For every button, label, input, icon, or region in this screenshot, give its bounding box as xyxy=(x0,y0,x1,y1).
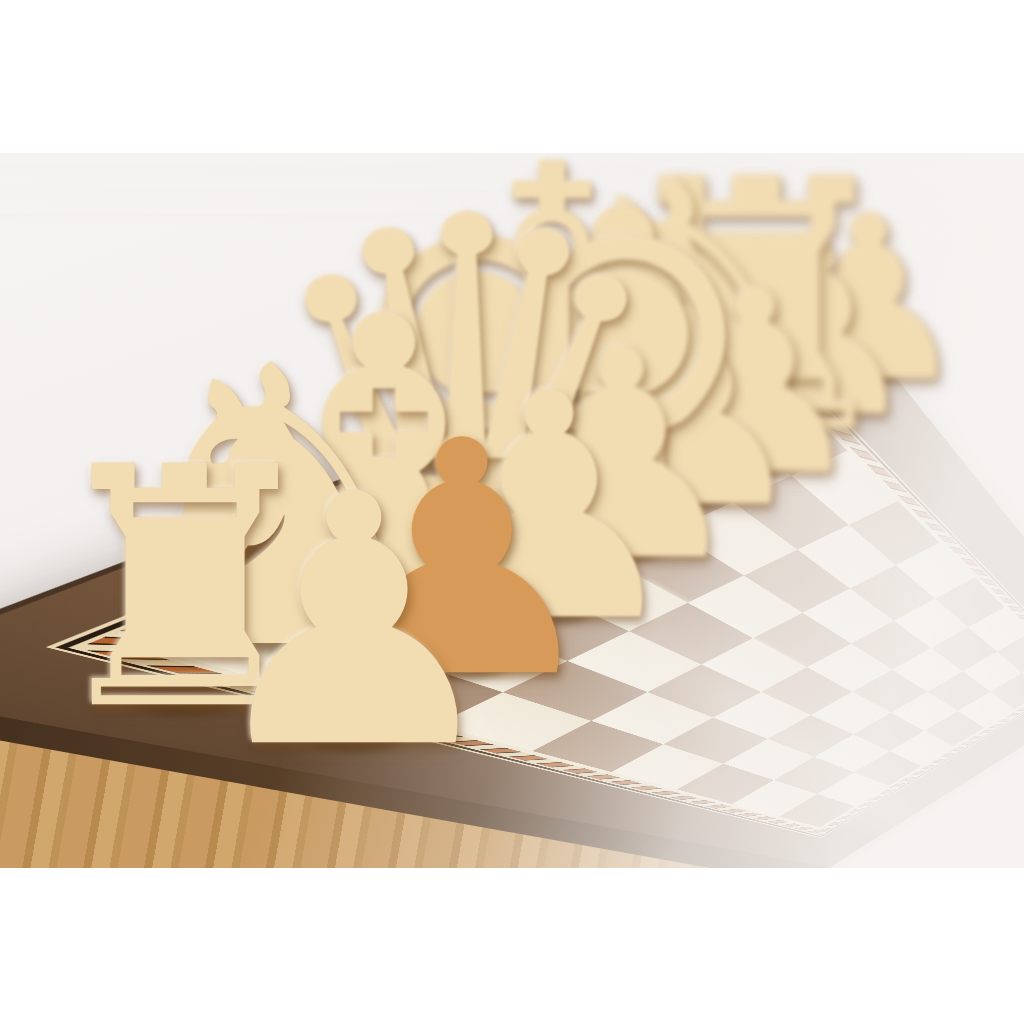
backdrop: ♜♞♝♛♚♝♞♜♟♟♟♟♟♟♟♟ xyxy=(0,153,1024,868)
photo-frame: ♜♞♝♛♚♝♞♜♟♟♟♟♟♟♟♟ xyxy=(0,0,1024,1024)
letterbox-top xyxy=(0,0,1024,153)
piece-white-pawn-a2[interactable]: ♟ xyxy=(181,450,527,796)
letterbox-bottom xyxy=(0,868,1024,1024)
